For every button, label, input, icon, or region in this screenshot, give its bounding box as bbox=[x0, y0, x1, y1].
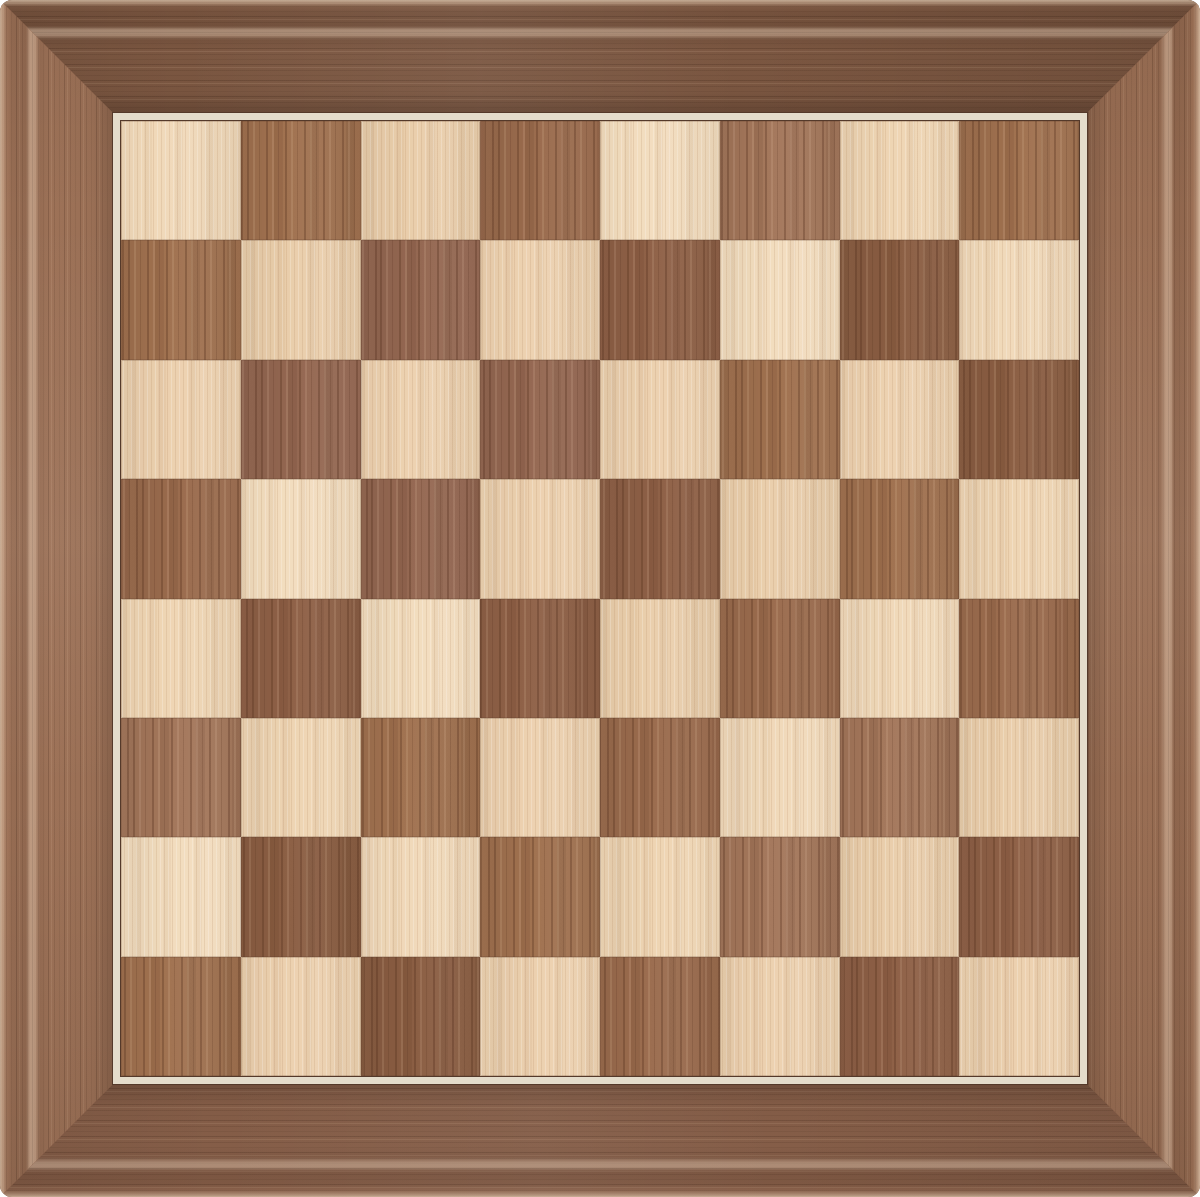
square-g8[interactable] bbox=[840, 121, 960, 240]
square-b4[interactable] bbox=[241, 599, 361, 718]
square-d6[interactable] bbox=[480, 360, 600, 479]
square-f1[interactable] bbox=[720, 957, 840, 1076]
square-e3[interactable] bbox=[600, 718, 720, 837]
square-d8[interactable] bbox=[480, 121, 600, 240]
square-e6[interactable] bbox=[600, 360, 720, 479]
square-d3[interactable] bbox=[480, 718, 600, 837]
square-f5[interactable] bbox=[720, 479, 840, 598]
square-e5[interactable] bbox=[600, 479, 720, 598]
square-f4[interactable] bbox=[720, 599, 840, 718]
square-h4[interactable] bbox=[959, 599, 1079, 718]
square-c7[interactable] bbox=[361, 240, 481, 359]
square-g2[interactable] bbox=[840, 837, 960, 956]
square-c2[interactable] bbox=[361, 837, 481, 956]
square-e8[interactable] bbox=[600, 121, 720, 240]
square-g7[interactable] bbox=[840, 240, 960, 359]
square-a2[interactable] bbox=[121, 837, 241, 956]
square-e1[interactable] bbox=[600, 957, 720, 1076]
square-b5[interactable] bbox=[241, 479, 361, 598]
square-a1[interactable] bbox=[121, 957, 241, 1076]
square-b2[interactable] bbox=[241, 837, 361, 956]
square-b3[interactable] bbox=[241, 718, 361, 837]
square-f7[interactable] bbox=[720, 240, 840, 359]
square-h3[interactable] bbox=[959, 718, 1079, 837]
square-e2[interactable] bbox=[600, 837, 720, 956]
square-f8[interactable] bbox=[720, 121, 840, 240]
square-a5[interactable] bbox=[121, 479, 241, 598]
square-c6[interactable] bbox=[361, 360, 481, 479]
square-h8[interactable] bbox=[959, 121, 1079, 240]
square-b7[interactable] bbox=[241, 240, 361, 359]
square-b1[interactable] bbox=[241, 957, 361, 1076]
square-g3[interactable] bbox=[840, 718, 960, 837]
square-b6[interactable] bbox=[241, 360, 361, 479]
square-g6[interactable] bbox=[840, 360, 960, 479]
square-a3[interactable] bbox=[121, 718, 241, 837]
board-grid bbox=[121, 121, 1079, 1076]
square-f3[interactable] bbox=[720, 718, 840, 837]
square-a8[interactable] bbox=[121, 121, 241, 240]
square-c5[interactable] bbox=[361, 479, 481, 598]
square-g4[interactable] bbox=[840, 599, 960, 718]
square-a6[interactable] bbox=[121, 360, 241, 479]
square-b8[interactable] bbox=[241, 121, 361, 240]
square-h2[interactable] bbox=[959, 837, 1079, 956]
square-g1[interactable] bbox=[840, 957, 960, 1076]
square-e4[interactable] bbox=[600, 599, 720, 718]
square-h1[interactable] bbox=[959, 957, 1079, 1076]
square-f2[interactable] bbox=[720, 837, 840, 956]
square-h6[interactable] bbox=[959, 360, 1079, 479]
square-d1[interactable] bbox=[480, 957, 600, 1076]
square-f6[interactable] bbox=[720, 360, 840, 479]
square-a4[interactable] bbox=[121, 599, 241, 718]
square-d2[interactable] bbox=[480, 837, 600, 956]
square-c3[interactable] bbox=[361, 718, 481, 837]
square-h7[interactable] bbox=[959, 240, 1079, 359]
square-h5[interactable] bbox=[959, 479, 1079, 598]
square-d5[interactable] bbox=[480, 479, 600, 598]
square-c4[interactable] bbox=[361, 599, 481, 718]
square-c8[interactable] bbox=[361, 121, 481, 240]
square-g5[interactable] bbox=[840, 479, 960, 598]
square-d7[interactable] bbox=[480, 240, 600, 359]
square-e7[interactable] bbox=[600, 240, 720, 359]
square-c1[interactable] bbox=[361, 957, 481, 1076]
square-a7[interactable] bbox=[121, 240, 241, 359]
square-d4[interactable] bbox=[480, 599, 600, 718]
chessboard-photo bbox=[0, 0, 1200, 1197]
